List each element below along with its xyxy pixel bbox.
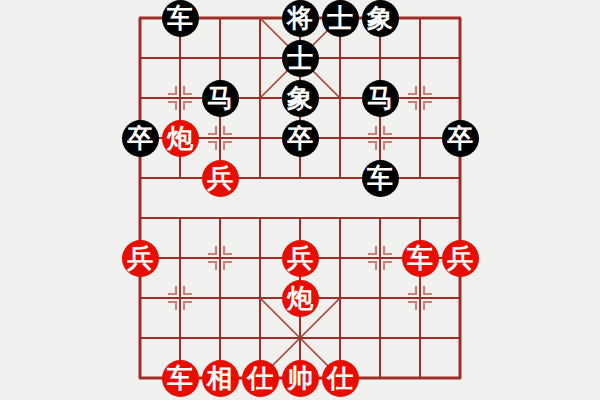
red-chariot-piece[interactable]: 车 — [162, 360, 199, 397]
black-soldier-piece[interactable]: 卒 — [442, 120, 479, 157]
black-general-piece[interactable]: 将 — [282, 0, 319, 37]
red-chariot-piece[interactable]: 车 — [402, 240, 439, 277]
xiangqi-board[interactable]: 车将士象士马象马卒炮卒卒兵车兵兵车兵炮车相仕帅仕 — [0, 0, 600, 400]
black-horse-piece[interactable]: 马 — [362, 80, 399, 117]
red-soldier-piece[interactable]: 兵 — [282, 240, 319, 277]
red-elephant-piece[interactable]: 相 — [202, 360, 239, 397]
black-soldier-piece[interactable]: 卒 — [282, 120, 319, 157]
red-general-piece[interactable]: 帅 — [282, 360, 319, 397]
red-soldier-piece[interactable]: 兵 — [442, 240, 479, 277]
red-advisor-piece[interactable]: 仕 — [322, 360, 359, 397]
red-cannon-piece[interactable]: 炮 — [162, 120, 199, 157]
black-advisor-piece[interactable]: 士 — [322, 0, 359, 37]
black-horse-piece[interactable]: 马 — [202, 80, 239, 117]
black-chariot-piece[interactable]: 车 — [162, 0, 199, 37]
black-chariot-piece[interactable]: 车 — [362, 160, 399, 197]
black-elephant-piece[interactable]: 象 — [282, 80, 319, 117]
red-cannon-piece[interactable]: 炮 — [282, 280, 319, 317]
black-soldier-piece[interactable]: 卒 — [122, 120, 159, 157]
red-soldier-piece[interactable]: 兵 — [122, 240, 159, 277]
red-soldier-piece[interactable]: 兵 — [202, 160, 239, 197]
black-elephant-piece[interactable]: 象 — [362, 0, 399, 37]
black-advisor-piece[interactable]: 士 — [282, 40, 319, 77]
red-advisor-piece[interactable]: 仕 — [242, 360, 279, 397]
